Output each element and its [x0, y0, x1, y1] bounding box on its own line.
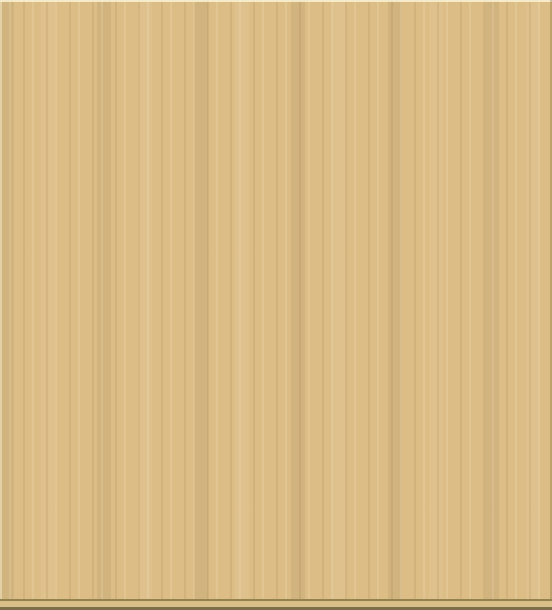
xiangqi-game-screen	[0, 0, 552, 610]
frame-edge-bottom	[0, 599, 552, 610]
frame-edge-top	[0, 0, 552, 2]
frame-edge-left	[0, 0, 2, 610]
board-grid	[38, 37, 524, 577]
